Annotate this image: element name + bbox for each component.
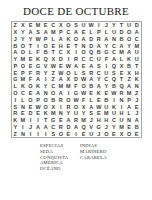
grid-cell[interactable]: I bbox=[110, 96, 118, 103]
grid-cell[interactable]: P bbox=[57, 29, 65, 36]
grid-cell[interactable]: A bbox=[42, 123, 50, 130]
grid-cell[interactable]: W bbox=[34, 36, 42, 43]
grid-cell[interactable]: Y bbox=[103, 42, 111, 49]
grid-cell[interactable]: F bbox=[27, 76, 35, 83]
grid-cell[interactable]: U bbox=[118, 117, 126, 124]
grid-cell[interactable]: A bbox=[118, 42, 126, 49]
grid-cell[interactable]: I bbox=[34, 42, 42, 49]
grid-cell[interactable]: R bbox=[72, 117, 80, 124]
grid-cell[interactable]: U bbox=[95, 56, 103, 63]
grid-cell[interactable]: A bbox=[27, 29, 35, 36]
grid-cell[interactable]: Y bbox=[27, 36, 35, 43]
grid-cell[interactable]: I bbox=[72, 130, 80, 137]
grid-cell[interactable]: I bbox=[27, 117, 35, 124]
grid-cell[interactable]: F bbox=[27, 69, 35, 76]
grid-cell[interactable]: L bbox=[87, 29, 95, 36]
grid-cell[interactable]: A bbox=[34, 123, 42, 130]
grid-cell[interactable]: P bbox=[34, 96, 42, 103]
grid-cell[interactable]: T bbox=[42, 117, 50, 124]
grid-cell[interactable]: F bbox=[80, 96, 88, 103]
grid-cell[interactable]: R bbox=[72, 56, 80, 63]
grid-cell[interactable]: G bbox=[72, 90, 80, 97]
grid-cell[interactable]: I bbox=[65, 56, 73, 63]
grid-cell[interactable]: E bbox=[27, 90, 35, 97]
grid-cell[interactable]: B bbox=[118, 36, 126, 43]
grid-cell[interactable]: L bbox=[19, 96, 27, 103]
grid-cell[interactable]: Z bbox=[125, 76, 133, 83]
grid-cell[interactable]: K bbox=[125, 56, 133, 63]
grid-cell[interactable]: H bbox=[57, 42, 65, 49]
grid-cell[interactable]: J bbox=[133, 96, 141, 103]
grid-cell[interactable]: E bbox=[27, 103, 35, 110]
grid-cell[interactable]: C bbox=[103, 76, 111, 83]
grid-cell[interactable]: Q bbox=[42, 56, 50, 63]
grid-cell[interactable]: O bbox=[12, 90, 20, 97]
grid-cell[interactable]: S bbox=[80, 69, 88, 76]
grid-cell[interactable]: E bbox=[27, 63, 35, 70]
grid-cell[interactable]: D bbox=[65, 123, 73, 130]
grid-cell[interactable]: Q bbox=[87, 49, 95, 56]
grid-cell[interactable]: C bbox=[80, 56, 88, 63]
grid-cell[interactable]: O bbox=[42, 103, 50, 110]
grid-cell[interactable]: B bbox=[49, 96, 57, 103]
grid-cell[interactable]: G bbox=[103, 49, 111, 56]
grid-cell[interactable]: Z bbox=[49, 69, 57, 76]
grid-cell[interactable]: Q bbox=[110, 76, 118, 83]
grid-cell[interactable]: K bbox=[12, 117, 20, 124]
grid-cell[interactable]: A bbox=[125, 103, 133, 110]
grid-cell[interactable]: O bbox=[80, 49, 88, 56]
grid-cell[interactable]: M bbox=[65, 83, 73, 90]
grid-cell[interactable]: G bbox=[95, 123, 103, 130]
grid-cell[interactable]: I bbox=[42, 130, 50, 137]
grid-cell[interactable]: S bbox=[34, 29, 42, 36]
grid-cell[interactable]: U bbox=[133, 56, 141, 63]
grid-cell[interactable]: U bbox=[87, 130, 95, 137]
word-list-column-1: ESPECIASSEDACONQUISTAAMÉRICAOCÉANO bbox=[40, 143, 80, 172]
grid-cell[interactable]: K bbox=[34, 83, 42, 90]
grid-cell[interactable]: O bbox=[27, 83, 35, 90]
word-list-column-2: INDIASMARINEROCARABELA bbox=[80, 143, 130, 172]
grid-cell[interactable]: C bbox=[95, 69, 103, 76]
grid-cell[interactable]: O bbox=[65, 22, 73, 29]
grid-cell[interactable]: I bbox=[118, 103, 126, 110]
grid-cell[interactable]: X bbox=[118, 63, 126, 70]
grid-cell[interactable]: E bbox=[125, 123, 133, 130]
grid-cell[interactable]: Y bbox=[19, 36, 27, 43]
grid-cell[interactable]: B bbox=[103, 96, 111, 103]
grid-cell[interactable]: W bbox=[49, 63, 57, 70]
grid-cell[interactable]: E bbox=[19, 110, 27, 117]
grid-cell[interactable]: E bbox=[27, 56, 35, 63]
grid-cell[interactable]: E bbox=[49, 42, 57, 49]
grid-cell[interactable]: I bbox=[27, 130, 35, 137]
grid-cell[interactable]: D bbox=[72, 76, 80, 83]
grid-cell[interactable]: T bbox=[72, 42, 80, 49]
grid-cell[interactable]: V bbox=[87, 123, 95, 130]
grid-cell[interactable]: D bbox=[57, 56, 65, 63]
grid-cell[interactable]: U bbox=[80, 22, 88, 29]
grid-cell[interactable]: O bbox=[65, 96, 73, 103]
grid-cell[interactable]: Y bbox=[42, 69, 50, 76]
puzzle-title: DOCE DE OCTUBRE bbox=[0, 0, 152, 17]
grid-cell[interactable]: A bbox=[12, 49, 20, 56]
grid-cell[interactable]: H bbox=[118, 110, 126, 117]
grid-cell[interactable]: Y bbox=[110, 123, 118, 130]
grid-cell[interactable]: X bbox=[49, 56, 57, 63]
grid-cell[interactable]: A bbox=[65, 117, 73, 124]
grid-cell[interactable]: R bbox=[65, 103, 73, 110]
grid-cell[interactable]: F bbox=[34, 49, 42, 56]
grid-cell[interactable]: M bbox=[118, 49, 126, 56]
grid-cell[interactable]: X bbox=[125, 69, 133, 76]
grid-cell[interactable]: D bbox=[87, 36, 95, 43]
grid-cell[interactable]: E bbox=[12, 69, 20, 76]
grid-cell[interactable]: F bbox=[72, 83, 80, 90]
grid-cell[interactable]: E bbox=[65, 42, 73, 49]
grid-cell[interactable]: J bbox=[103, 22, 111, 29]
grid-cell[interactable]: B bbox=[87, 83, 95, 90]
grid-cell[interactable]: W bbox=[65, 63, 73, 70]
grid-cell[interactable]: O bbox=[42, 42, 50, 49]
grid-cell[interactable]: Z bbox=[49, 76, 57, 83]
grid-cell[interactable]: T bbox=[49, 49, 57, 56]
grid-cell[interactable]: Y bbox=[12, 123, 20, 130]
grid-cell[interactable]: P bbox=[19, 69, 27, 76]
grid-cell[interactable]: E bbox=[95, 96, 103, 103]
grid-cell[interactable]: M bbox=[125, 90, 133, 97]
grid-cell[interactable]: O bbox=[19, 42, 27, 49]
grid-cell[interactable]: Z bbox=[12, 22, 20, 29]
grid-cell[interactable]: M bbox=[19, 117, 27, 124]
grid-cell[interactable]: N bbox=[80, 42, 88, 49]
grid-cell[interactable]: N bbox=[133, 83, 141, 90]
grid-cell[interactable]: G bbox=[34, 63, 42, 70]
grid-cell[interactable]: T bbox=[133, 63, 141, 70]
grid-cell[interactable]: Y bbox=[110, 22, 118, 29]
grid-cell[interactable]: C bbox=[19, 90, 27, 97]
grid-cell[interactable]: K bbox=[133, 76, 141, 83]
grid-cell[interactable]: A bbox=[87, 63, 95, 70]
grid-cell[interactable]: E bbox=[103, 90, 111, 97]
grid-cell[interactable]: Y bbox=[12, 56, 20, 63]
grid-cell[interactable]: P bbox=[95, 29, 103, 36]
grid-cell[interactable]: R bbox=[95, 36, 103, 43]
grid-cell[interactable]: L bbox=[27, 49, 35, 56]
grid-cell[interactable]: L bbox=[49, 36, 57, 43]
grid-cell[interactable]: O bbox=[103, 130, 111, 137]
grid-cell[interactable]: M bbox=[49, 29, 57, 36]
grid-cell[interactable]: I bbox=[72, 49, 80, 56]
grid-cell[interactable]: A bbox=[87, 103, 95, 110]
grid-cell[interactable]: S bbox=[12, 103, 20, 110]
grid-cell[interactable]: E bbox=[110, 130, 118, 137]
grid-cell[interactable]: A bbox=[95, 42, 103, 49]
grid-cell[interactable]: I bbox=[19, 123, 27, 130]
grid-cell[interactable]: W bbox=[34, 103, 42, 110]
grid-cell[interactable]: U bbox=[133, 49, 141, 56]
grid-cell[interactable]: X bbox=[49, 103, 57, 110]
grid-cell[interactable]: O bbox=[72, 36, 80, 43]
grid-cell[interactable]: C bbox=[57, 49, 65, 56]
grid-cell[interactable]: I bbox=[95, 22, 103, 29]
grid-cell[interactable]: N bbox=[57, 110, 65, 117]
grid-cell[interactable]: N bbox=[118, 96, 126, 103]
grid-cell[interactable]: X bbox=[19, 22, 27, 29]
grid-cell[interactable]: U bbox=[72, 110, 80, 117]
grid-cell[interactable]: G bbox=[12, 76, 20, 83]
grid-cell[interactable]: U bbox=[103, 69, 111, 76]
grid-cell[interactable]: D bbox=[118, 29, 126, 36]
grid-cell[interactable]: C bbox=[133, 36, 141, 43]
grid-cell[interactable]: G bbox=[49, 117, 57, 124]
grid-cell[interactable]: W bbox=[87, 22, 95, 29]
grid-cell[interactable]: C bbox=[110, 42, 118, 49]
grid-cell[interactable]: L bbox=[125, 110, 133, 117]
grid-cell[interactable]: L bbox=[12, 83, 20, 90]
grid-cell[interactable]: C bbox=[87, 56, 95, 63]
grid-cell[interactable]: A bbox=[72, 29, 80, 36]
grid-cell[interactable]: X bbox=[57, 22, 65, 29]
grid-cell[interactable]: J bbox=[12, 36, 20, 43]
grid-cell[interactable]: O bbox=[80, 83, 88, 90]
grid-cell[interactable]: E bbox=[133, 103, 141, 110]
grid-cell[interactable]: Y bbox=[125, 42, 133, 49]
grid-cell[interactable]: C bbox=[49, 22, 57, 29]
grid-cell[interactable]: S bbox=[95, 63, 103, 70]
grid-cell[interactable]: D bbox=[87, 42, 95, 49]
grid-cell[interactable]: K bbox=[19, 83, 27, 90]
grid-cell[interactable]: A bbox=[57, 76, 65, 83]
grid-cell[interactable]: I bbox=[34, 117, 42, 124]
grid-cell[interactable]: E bbox=[80, 63, 88, 70]
grid-cell[interactable]: E bbox=[87, 90, 95, 97]
grid-cell[interactable]: I bbox=[12, 96, 20, 103]
grid-cell[interactable]: J bbox=[27, 123, 35, 130]
grid-cell[interactable]: S bbox=[72, 22, 80, 29]
grid-cell[interactable]: K bbox=[42, 110, 50, 117]
grid-cell[interactable]: L bbox=[87, 96, 95, 103]
grid-cell[interactable]: T bbox=[118, 22, 126, 29]
grid-cell[interactable]: O bbox=[125, 130, 133, 137]
grid-cell[interactable]: I bbox=[103, 63, 111, 70]
grid-cell[interactable]: S bbox=[49, 130, 57, 137]
grid-cell[interactable]: C bbox=[49, 123, 57, 130]
grid-cell[interactable]: O bbox=[65, 69, 73, 76]
grid-cell[interactable]: P bbox=[12, 63, 20, 70]
grid-cell[interactable]: N bbox=[125, 117, 133, 124]
grid-cell[interactable]: B bbox=[133, 123, 141, 130]
grid-cell[interactable]: O bbox=[19, 49, 27, 56]
grid-cell[interactable]: A bbox=[133, 29, 141, 36]
grid-cell[interactable]: T bbox=[27, 42, 35, 49]
grid-cell[interactable]: Y bbox=[95, 76, 103, 83]
grid-cell[interactable]: O bbox=[27, 96, 35, 103]
grid-cell[interactable]: O bbox=[125, 29, 133, 36]
grid-cell[interactable]: A bbox=[72, 123, 80, 130]
grid-cell[interactable]: A bbox=[34, 90, 42, 97]
grid-cell[interactable]: X bbox=[118, 130, 126, 137]
grid-cell[interactable]: A bbox=[34, 76, 42, 83]
grid-cell[interactable]: K bbox=[110, 103, 118, 110]
grid-cell[interactable]: X bbox=[65, 49, 73, 56]
grid-cell[interactable]: Q bbox=[80, 123, 88, 130]
grid-cell[interactable]: E bbox=[118, 69, 126, 76]
grid-cell[interactable]: J bbox=[95, 130, 103, 137]
grid-cell[interactable]: I bbox=[34, 130, 42, 137]
grid-cell[interactable]: E bbox=[80, 130, 88, 137]
grid-cell[interactable]: M bbox=[118, 123, 126, 130]
grid-cell[interactable]: E bbox=[95, 110, 103, 117]
word-list: ESPECIASSEDACONQUISTAAMÉRICAOCÉANO INDIA… bbox=[0, 143, 152, 172]
grid-cell[interactable]: D bbox=[27, 110, 35, 117]
grid-cell[interactable]: H bbox=[133, 69, 141, 76]
grid-cell[interactable]: Y bbox=[42, 83, 50, 90]
grid-cell[interactable]: U bbox=[103, 103, 111, 110]
grid-cell[interactable]: M bbox=[80, 117, 88, 124]
grid-cell[interactable]: M bbox=[19, 76, 27, 83]
grid-cell[interactable]: L bbox=[103, 29, 111, 36]
grid-cell[interactable]: O bbox=[42, 96, 50, 103]
grid-cell[interactable]: A bbox=[125, 83, 133, 90]
grid-cell[interactable]: C bbox=[110, 117, 118, 124]
grid-cell[interactable]: A bbox=[72, 63, 80, 70]
grid-cell[interactable]: B bbox=[95, 49, 103, 56]
grid-cell[interactable]: Q bbox=[110, 63, 118, 70]
grid-cell[interactable]: Q bbox=[118, 83, 126, 90]
grid-cell[interactable]: M bbox=[103, 110, 111, 117]
grid-cell[interactable]: A bbox=[42, 29, 50, 36]
grid-cell[interactable]: K bbox=[95, 90, 103, 97]
grid-cell[interactable]: E bbox=[65, 130, 73, 137]
grid-cell[interactable]: B bbox=[125, 63, 133, 70]
grid-cell[interactable]: O bbox=[49, 90, 57, 97]
grid-cell[interactable]: K bbox=[65, 36, 73, 43]
grid-cell[interactable]: A bbox=[87, 76, 95, 83]
grid-cell[interactable]: O bbox=[19, 63, 27, 70]
grid-cell[interactable]: C bbox=[110, 49, 118, 56]
grid-cell[interactable]: Y bbox=[80, 110, 88, 117]
grid-cell[interactable]: B bbox=[42, 49, 50, 56]
grid-cell[interactable]: M bbox=[34, 22, 42, 29]
grid-cell[interactable]: A bbox=[95, 83, 103, 90]
grid-cell[interactable]: V bbox=[42, 63, 50, 70]
grid-cell[interactable]: Y bbox=[19, 29, 27, 36]
grid-cell[interactable]: B bbox=[110, 83, 118, 90]
grid-cell[interactable]: X bbox=[65, 76, 73, 83]
grid-cell[interactable]: O bbox=[72, 103, 80, 110]
grid-cell[interactable]: L bbox=[72, 69, 80, 76]
grid-cell[interactable]: E bbox=[80, 29, 88, 36]
grid-cell[interactable]: F bbox=[103, 56, 111, 63]
grid-cell[interactable]: I bbox=[57, 103, 65, 110]
grid-cell[interactable]: D bbox=[133, 22, 141, 29]
grid-cell[interactable]: K bbox=[34, 56, 42, 63]
grid-cell[interactable]: T bbox=[118, 76, 126, 83]
grid-cell[interactable]: U bbox=[110, 29, 118, 36]
grid-cell[interactable]: Z bbox=[12, 130, 20, 137]
grid-cell[interactable]: H bbox=[103, 117, 111, 124]
grid-cell[interactable]: W bbox=[57, 69, 65, 76]
grid-cell[interactable]: W bbox=[110, 90, 118, 97]
grid-cell[interactable]: A bbox=[57, 90, 65, 97]
grid-cell[interactable]: E bbox=[27, 22, 35, 29]
grid-cell[interactable]: E bbox=[57, 117, 65, 124]
grid-cell[interactable]: I bbox=[42, 76, 50, 83]
grid-cell[interactable]: A bbox=[103, 36, 111, 43]
grid-cell[interactable]: J bbox=[133, 110, 141, 117]
letter-grid[interactable]: ZXEMECXOSUWIJYTUDXYASAMPCAELPLUDOAJYYWPL… bbox=[11, 21, 142, 138]
grid-cell[interactable]: E bbox=[34, 110, 42, 117]
grid-cell[interactable]: R bbox=[87, 69, 95, 76]
grid-cell[interactable]: W bbox=[80, 76, 88, 83]
grid-cell[interactable]: M bbox=[57, 83, 65, 90]
grid-cell[interactable]: Y bbox=[103, 83, 111, 90]
grid-cell[interactable]: A bbox=[125, 49, 133, 56]
grid-cell[interactable]: W bbox=[95, 103, 103, 110]
word-item: OCÉANO bbox=[40, 166, 80, 172]
grid-cell[interactable]: R bbox=[34, 69, 42, 76]
grid-cell[interactable]: A bbox=[133, 117, 141, 124]
grid-cell[interactable]: N bbox=[42, 90, 50, 97]
grid-cell[interactable]: M bbox=[49, 110, 57, 117]
grid-cell[interactable]: R bbox=[57, 96, 65, 103]
grid-cell[interactable]: C bbox=[49, 83, 57, 90]
grid-cell[interactable]: I bbox=[65, 90, 73, 97]
grid-cell[interactable]: E bbox=[57, 63, 65, 70]
word-item: CARABELA bbox=[80, 155, 130, 161]
grid-cell[interactable]: P bbox=[125, 96, 133, 103]
grid-cell[interactable]: E bbox=[42, 22, 50, 29]
grid-cell[interactable]: Z bbox=[133, 90, 141, 97]
grid-cell[interactable]: O bbox=[125, 36, 133, 43]
grid-cell[interactable]: L bbox=[118, 56, 126, 63]
grid-cell[interactable]: A bbox=[110, 56, 118, 63]
grid-cell[interactable]: R bbox=[57, 123, 65, 130]
grid-cell[interactable]: B bbox=[12, 42, 20, 49]
grid-cell[interactable]: R bbox=[118, 90, 126, 97]
grid-cell[interactable]: N bbox=[19, 103, 27, 110]
grid-cell[interactable]: A bbox=[80, 36, 88, 43]
word-search-worksheet: DOCE DE OCTUBRE ZXEMECXOSUWIJYTUDXYASAMP… bbox=[0, 0, 152, 200]
grid-cell[interactable]: J bbox=[87, 117, 95, 124]
grid-cell[interactable]: W bbox=[80, 90, 88, 97]
grid-cell[interactable]: O bbox=[57, 130, 65, 137]
grid-cell[interactable]: P bbox=[42, 36, 50, 43]
grid-cell[interactable]: A bbox=[57, 36, 65, 43]
grid-cell[interactable]: S bbox=[87, 110, 95, 117]
grid-cell[interactable]: J bbox=[103, 123, 111, 130]
grid-cell[interactable]: H bbox=[95, 117, 103, 124]
grid-cell[interactable]: N bbox=[19, 130, 27, 137]
grid-cell[interactable]: S bbox=[110, 69, 118, 76]
grid-cell[interactable]: M bbox=[133, 42, 141, 49]
grid-cell[interactable]: N bbox=[110, 36, 118, 43]
grid-cell[interactable]: Y bbox=[65, 110, 73, 117]
grid-cell[interactable]: X bbox=[80, 103, 88, 110]
grid-cell[interactable]: M bbox=[19, 56, 27, 63]
grid-cell[interactable]: U bbox=[110, 110, 118, 117]
grid-cell[interactable]: U bbox=[125, 22, 133, 29]
grid-cell[interactable]: W bbox=[72, 96, 80, 103]
grid-cell[interactable]: X bbox=[12, 29, 20, 36]
grid-cell[interactable]: E bbox=[133, 130, 141, 137]
grid-cell[interactable]: C bbox=[65, 29, 73, 36]
grid-cell[interactable]: R bbox=[12, 110, 20, 117]
